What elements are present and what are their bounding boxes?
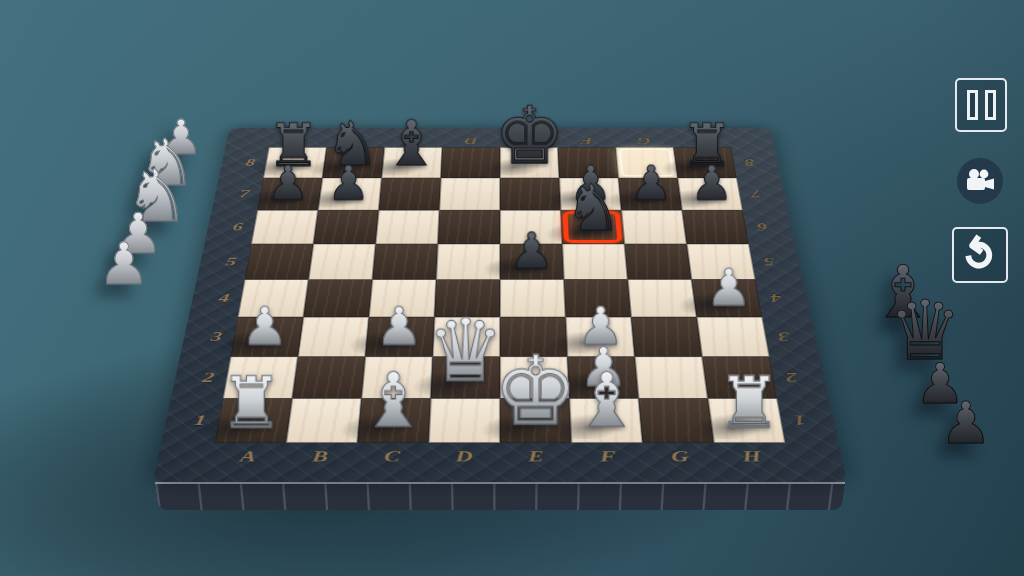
piece-black-pawn[interactable]: ♟ <box>327 160 369 207</box>
chess-board-3d: ABCDEFGH8♜♞♝♚♜87♟♟♟♟♟76♞65♟54♟43♟♟♟32♛♟2… <box>153 128 847 482</box>
piece-white-bishop[interactable]: ♝ <box>359 363 427 439</box>
square-a7[interactable]: ♟ <box>257 178 322 210</box>
pause-icon <box>985 90 996 120</box>
square-g3[interactable] <box>631 317 702 357</box>
square-b4[interactable] <box>303 280 372 318</box>
file-label-top-g: G <box>614 134 673 147</box>
square-d6[interactable] <box>438 210 500 244</box>
piece-black-knight[interactable]: ♞ <box>564 177 621 241</box>
undo-icon: ↺ <box>954 230 1006 280</box>
square-g4[interactable] <box>628 280 697 318</box>
piece-white-king[interactable]: ♚ <box>493 343 579 439</box>
square-a1[interactable]: ♜ <box>215 398 292 442</box>
square-h7[interactable]: ♟ <box>678 178 743 210</box>
square-a6[interactable] <box>251 210 318 244</box>
rank-label-left-5: 5 <box>211 244 251 280</box>
square-b5[interactable] <box>308 244 375 280</box>
rank-label-right-6: 6 <box>743 210 782 244</box>
piece-black-pawn[interactable]: ♟ <box>267 160 309 207</box>
square-h4[interactable]: ♟ <box>692 280 763 318</box>
frame-corner <box>171 443 215 471</box>
square-e5[interactable]: ♟ <box>500 244 564 280</box>
file-label-bottom-d: D <box>427 443 500 471</box>
rank-label-right-8: 8 <box>731 147 768 178</box>
file-label-bottom-h: H <box>714 443 790 471</box>
file-label-top-d: D <box>442 134 500 147</box>
square-b6[interactable] <box>313 210 378 244</box>
frame-corner <box>785 443 829 471</box>
square-d2[interactable]: ♛ <box>431 357 500 399</box>
file-label-bottom-c: C <box>355 443 429 471</box>
file-label-bottom-f: F <box>571 443 645 471</box>
square-f6[interactable]: ♞ <box>561 210 625 244</box>
rank-label-left-3: 3 <box>195 317 238 357</box>
piece-black-bishop[interactable]: ♝ <box>383 112 439 175</box>
pause-icon <box>967 90 978 120</box>
piece-white-pawn[interactable]: ♟ <box>241 300 288 352</box>
square-e1[interactable]: ♚ <box>500 398 571 442</box>
square-f1[interactable]: ♝ <box>569 398 642 442</box>
game-background: { "game": "chess", "app_style": "3d-pers… <box>0 0 1024 576</box>
file-label-top-f: F <box>557 134 615 147</box>
board-grid: ABCDEFGH8♜♞♝♚♜87♟♟♟♟♟76♞65♟54♟43♟♟♟32♛♟2… <box>171 134 829 470</box>
square-g5[interactable] <box>624 244 691 280</box>
square-g1[interactable] <box>639 398 714 442</box>
square-h3[interactable] <box>697 317 770 357</box>
square-a3[interactable]: ♟ <box>231 317 304 357</box>
square-c7[interactable] <box>379 178 441 210</box>
camera-button[interactable] <box>957 158 1003 204</box>
file-label-bottom-b: B <box>282 443 357 471</box>
piece-white-bishop[interactable]: ♝ <box>573 363 641 439</box>
square-e4[interactable] <box>500 280 566 318</box>
square-g6[interactable] <box>621 210 686 244</box>
square-d1[interactable] <box>429 398 500 442</box>
undo-button[interactable]: ↺ <box>952 227 1008 283</box>
piece-white-pawn[interactable]: ♟ <box>706 262 752 313</box>
square-c6[interactable] <box>376 210 440 244</box>
rank-label-right-7: 7 <box>737 178 775 210</box>
pause-button[interactable] <box>955 78 1007 132</box>
square-c5[interactable] <box>372 244 437 280</box>
square-e7[interactable] <box>500 178 561 210</box>
square-d7[interactable] <box>439 178 500 210</box>
video-camera-icon <box>965 168 995 194</box>
rank-label-right-5: 5 <box>749 244 789 280</box>
square-a5[interactable] <box>245 244 314 280</box>
square-g2[interactable] <box>635 357 708 399</box>
piece-black-pawn[interactable]: ♟ <box>510 226 555 276</box>
square-g7[interactable]: ♟ <box>618 178 682 210</box>
piece-black-king[interactable]: ♚ <box>494 96 565 175</box>
square-h6[interactable] <box>682 210 749 244</box>
piece-black-pawn[interactable]: ♟ <box>630 160 672 207</box>
captured-white-pawn: ♟ <box>98 235 150 293</box>
piece-white-rook[interactable]: ♜ <box>717 367 781 438</box>
square-b7[interactable]: ♟ <box>318 178 382 210</box>
square-d5[interactable] <box>436 244 500 280</box>
square-c8[interactable]: ♝ <box>382 147 443 178</box>
square-b3[interactable] <box>298 317 369 357</box>
square-e8[interactable]: ♚ <box>500 147 559 178</box>
frame-corner <box>729 134 762 147</box>
piece-white-pawn[interactable]: ♟ <box>376 300 423 352</box>
square-b2[interactable] <box>292 357 365 399</box>
square-d8[interactable] <box>441 147 500 178</box>
square-h1[interactable]: ♜ <box>708 398 785 442</box>
board-front-edge <box>155 482 845 510</box>
file-label-bottom-g: G <box>643 443 718 471</box>
file-label-bottom-e: E <box>500 443 573 471</box>
piece-black-pawn[interactable]: ♟ <box>691 160 733 207</box>
file-label-bottom-a: A <box>210 443 286 471</box>
piece-white-rook[interactable]: ♜ <box>219 367 283 438</box>
captured-black-pawn: ♟ <box>940 394 992 452</box>
square-b1[interactable] <box>286 398 361 442</box>
square-f5[interactable] <box>562 244 627 280</box>
square-c1[interactable]: ♝ <box>357 398 430 442</box>
square-c3[interactable]: ♟ <box>365 317 434 357</box>
